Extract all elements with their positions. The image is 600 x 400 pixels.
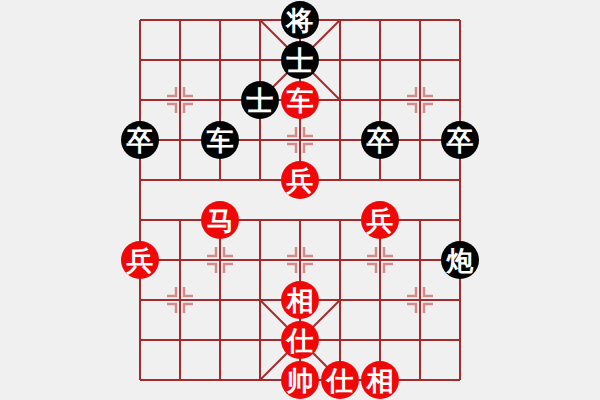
piece-red-soldier[interactable]: 兵 (281, 161, 319, 199)
piece-black-soldier[interactable]: 卒 (441, 121, 479, 159)
piece-black-soldier[interactable]: 卒 (361, 121, 399, 159)
piece-red-elephant[interactable]: 相 (361, 361, 399, 399)
piece-red-elephant[interactable]: 相 (281, 281, 319, 319)
piece-black-cannon[interactable]: 炮 (441, 241, 479, 279)
piece-red-general[interactable]: 帅 (281, 361, 319, 399)
piece-black-soldier[interactable]: 卒 (121, 121, 159, 159)
piece-black-advisor[interactable]: 士 (241, 81, 279, 119)
xiangqi-app: 将士士车卒车卒卒兵马兵兵炮相仕帅仕相 (0, 0, 600, 400)
piece-black-chariot[interactable]: 车 (201, 121, 239, 159)
piece-red-advisor[interactable]: 仕 (321, 361, 359, 399)
piece-red-advisor[interactable]: 仕 (281, 321, 319, 359)
piece-red-soldier[interactable]: 兵 (121, 241, 159, 279)
piece-black-advisor[interactable]: 士 (281, 41, 319, 79)
piece-red-chariot[interactable]: 车 (281, 81, 319, 119)
piece-red-soldier[interactable]: 兵 (361, 201, 399, 239)
piece-red-horse[interactable]: 马 (201, 201, 239, 239)
piece-black-general[interactable]: 将 (281, 1, 319, 39)
xiangqi-board[interactable]: 将士士车卒车卒卒兵马兵兵炮相仕帅仕相 (120, 0, 480, 400)
